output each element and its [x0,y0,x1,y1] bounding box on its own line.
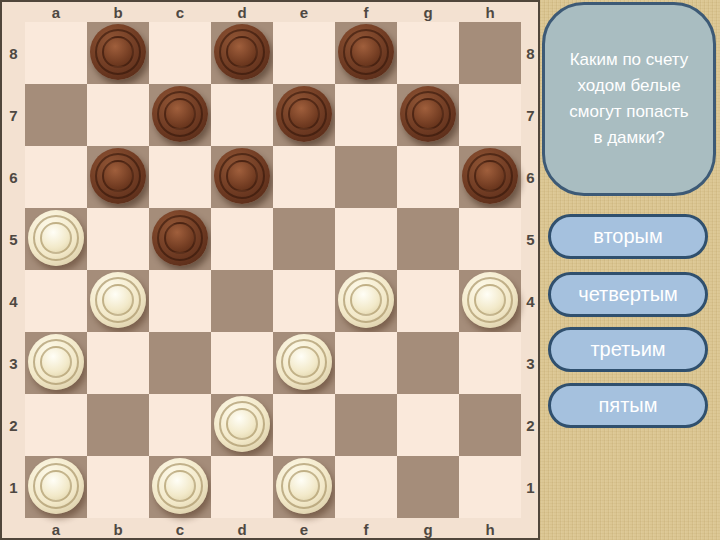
piece-white-man-a3 [28,334,84,390]
square-b3 [87,332,149,394]
file-label-c: c [149,518,211,540]
square-h8 [459,22,521,84]
rank-label-6: 6 [2,146,25,208]
square-f5 [335,208,397,270]
square-g2 [397,394,459,456]
square-c7 [149,84,211,146]
square-b2 [87,394,149,456]
rank-label-7: 7 [2,84,25,146]
rank-label-7: 7 [521,84,540,146]
rank-label-2: 2 [521,394,540,456]
square-g8 [397,22,459,84]
answer-button-vtorym[interactable]: вторым [548,214,708,259]
file-label-h: h [459,518,521,540]
square-h2 [459,394,521,456]
square-h6 [459,146,521,208]
square-g1 [397,456,459,518]
quiz-panel: Каким по счету ходом белые смогут попаст… [540,0,720,540]
square-a4 [25,270,87,332]
file-label-d: d [211,2,273,22]
square-g7 [397,84,459,146]
square-d1 [211,456,273,518]
piece-white-man-e3 [276,334,332,390]
square-f1 [335,456,397,518]
square-g5 [397,208,459,270]
rank-labels-left: 87654321 [2,22,25,518]
piece-white-man-a5 [28,210,84,266]
piece-black-man-h6 [462,148,518,204]
slide: abcdefgh 87654321 87654321 abcdefgh Каки… [0,0,720,540]
piece-white-man-d2 [214,396,270,452]
square-e5 [273,208,335,270]
square-c1 [149,456,211,518]
rank-label-1: 1 [2,456,25,518]
checkers-board: abcdefgh 87654321 87654321 abcdefgh [0,0,540,540]
piece-black-man-b6 [90,148,146,204]
square-d3 [211,332,273,394]
square-c2 [149,394,211,456]
rank-label-4: 4 [521,270,540,332]
square-d5 [211,208,273,270]
piece-black-man-g7 [400,86,456,142]
piece-black-man-c5 [152,210,208,266]
square-d6 [211,146,273,208]
answer-button-tretim[interactable]: третьим [548,327,708,372]
square-a8 [25,22,87,84]
square-f2 [335,394,397,456]
square-a1 [25,456,87,518]
answer-button-chetvertym[interactable]: четвертым [548,272,708,317]
square-h1 [459,456,521,518]
square-e2 [273,394,335,456]
file-labels-top: abcdefgh [25,2,521,22]
square-d2 [211,394,273,456]
square-a2 [25,394,87,456]
square-f7 [335,84,397,146]
square-d8 [211,22,273,84]
square-e7 [273,84,335,146]
rank-labels-right: 87654321 [521,22,540,518]
square-a3 [25,332,87,394]
rank-label-4: 4 [2,270,25,332]
rank-label-3: 3 [2,332,25,394]
piece-black-man-d6 [214,148,270,204]
square-h4 [459,270,521,332]
square-b6 [87,146,149,208]
square-f6 [335,146,397,208]
square-e6 [273,146,335,208]
square-e1 [273,456,335,518]
file-label-f: f [335,2,397,22]
piece-black-man-e7 [276,86,332,142]
square-e4 [273,270,335,332]
square-g3 [397,332,459,394]
answer-button-pyatym[interactable]: пятым [548,383,708,428]
square-b5 [87,208,149,270]
square-f8 [335,22,397,84]
square-f4 [335,270,397,332]
file-label-b: b [87,2,149,22]
file-labels-bottom: abcdefgh [25,518,521,540]
rank-label-5: 5 [521,208,540,270]
piece-white-man-e1 [276,458,332,514]
square-h3 [459,332,521,394]
square-b7 [87,84,149,146]
file-label-a: a [25,2,87,22]
piece-white-man-h4 [462,272,518,328]
square-h7 [459,84,521,146]
square-c3 [149,332,211,394]
answer-buttons: вторым четвертым третьим пятым [540,0,720,540]
file-label-e: e [273,2,335,22]
square-a7 [25,84,87,146]
rank-label-2: 2 [2,394,25,456]
piece-black-man-b8 [90,24,146,80]
piece-black-man-c7 [152,86,208,142]
square-c4 [149,270,211,332]
square-b1 [87,456,149,518]
board-grid [25,22,521,518]
rank-label-1: 1 [521,456,540,518]
file-label-b: b [87,518,149,540]
file-label-d: d [211,518,273,540]
square-d4 [211,270,273,332]
piece-white-man-f4 [338,272,394,328]
file-label-g: g [397,518,459,540]
square-c8 [149,22,211,84]
piece-black-man-f8 [338,24,394,80]
square-c6 [149,146,211,208]
square-g6 [397,146,459,208]
square-c5 [149,208,211,270]
file-label-a: a [25,518,87,540]
file-label-g: g [397,2,459,22]
rank-label-3: 3 [521,332,540,394]
square-b4 [87,270,149,332]
rank-label-5: 5 [2,208,25,270]
square-f3 [335,332,397,394]
file-label-e: e [273,518,335,540]
rank-label-8: 8 [2,22,25,84]
square-a5 [25,208,87,270]
rank-label-8: 8 [521,22,540,84]
square-e3 [273,332,335,394]
square-b8 [87,22,149,84]
piece-black-man-d8 [214,24,270,80]
square-e8 [273,22,335,84]
file-label-h: h [459,2,521,22]
square-d7 [211,84,273,146]
file-label-f: f [335,518,397,540]
piece-white-man-b4 [90,272,146,328]
piece-white-man-a1 [28,458,84,514]
rank-label-6: 6 [521,146,540,208]
square-g4 [397,270,459,332]
square-a6 [25,146,87,208]
piece-white-man-c1 [152,458,208,514]
square-h5 [459,208,521,270]
file-label-c: c [149,2,211,22]
